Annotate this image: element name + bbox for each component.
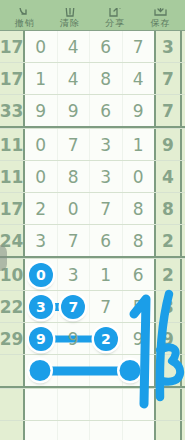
board-row: 1108304 bbox=[0, 160, 185, 192]
cell-digit: 3 bbox=[100, 135, 111, 155]
board-row bbox=[0, 354, 185, 388]
grid-cell[interactable]: 6 bbox=[89, 95, 122, 126]
cell-digit: 9 bbox=[133, 101, 144, 121]
pen-dot bbox=[30, 360, 51, 381]
board-row: 1107319 bbox=[0, 128, 185, 160]
partial-next-column bbox=[182, 161, 185, 192]
board-row: 2999299 bbox=[0, 322, 185, 354]
grid-cell-pen-circled[interactable]: 3 bbox=[25, 291, 57, 322]
grid-cell[interactable]: 7 bbox=[122, 31, 155, 62]
cell-digit: 17 bbox=[0, 69, 23, 89]
cell-digit: 11 bbox=[0, 135, 23, 155]
grid-cell[interactable]: 3 bbox=[89, 129, 122, 160]
grid-cell[interactable]: 9 bbox=[57, 95, 90, 126]
cell-digit: 0 bbox=[29, 263, 53, 287]
cell-digit: 1 bbox=[35, 69, 46, 89]
right-column-cell: 2 bbox=[154, 259, 182, 290]
grid-cell[interactable]: 2 bbox=[25, 193, 57, 224]
partial-next-column bbox=[182, 63, 185, 94]
save-label: 保存 bbox=[150, 17, 170, 30]
cell-digit: 6 bbox=[133, 265, 144, 285]
trash-icon bbox=[64, 8, 76, 17]
right-column-cell: 7 bbox=[154, 63, 182, 94]
grid-cell[interactable]: 5 bbox=[122, 291, 155, 322]
grid-cell[interactable] bbox=[89, 389, 122, 420]
grid-cell[interactable]: 9 bbox=[122, 323, 155, 354]
board-row: 1003162 bbox=[0, 258, 185, 290]
grid-cell[interactable]: 0 bbox=[25, 31, 57, 62]
cell-digit: 7 bbox=[100, 199, 111, 219]
cell-digit: 33 bbox=[0, 101, 23, 121]
partial-next-column bbox=[182, 259, 185, 290]
grid-cell[interactable]: 0 bbox=[122, 161, 155, 192]
row-sum-label: 11 bbox=[0, 161, 25, 192]
row-sum-label: 11 bbox=[0, 129, 25, 160]
grid-cell[interactable] bbox=[57, 389, 90, 420]
cell-digit: 0 bbox=[68, 199, 79, 219]
board-row: 1704673 bbox=[0, 31, 185, 62]
grid-cell[interactable]: 4 bbox=[57, 31, 90, 62]
grid-cell[interactable]: 7 bbox=[57, 129, 90, 160]
cell-digit: 0 bbox=[35, 167, 46, 187]
cell-digit: 4 bbox=[68, 69, 79, 89]
cell-digit: 9 bbox=[162, 135, 174, 155]
cell-digit: 2 bbox=[162, 265, 174, 285]
partial-next-column bbox=[182, 421, 185, 440]
cell-digit: 3 bbox=[35, 231, 46, 251]
grid-cell[interactable]: 0 bbox=[25, 129, 57, 160]
cell-digit: 17 bbox=[0, 199, 23, 219]
cell-digit: 1 bbox=[100, 265, 111, 285]
clear-button[interactable]: 清除 bbox=[50, 8, 90, 30]
grid-cell[interactable]: 8 bbox=[122, 193, 155, 224]
partial-next-column bbox=[182, 225, 185, 256]
share-label: 分享 bbox=[105, 17, 125, 30]
board-row bbox=[0, 420, 185, 440]
partial-next-column bbox=[182, 291, 185, 322]
save-icon bbox=[154, 8, 167, 17]
grid-cell[interactable] bbox=[57, 421, 90, 440]
grid-cell[interactable]: 9 bbox=[25, 95, 57, 126]
edge-handle[interactable] bbox=[0, 245, 7, 271]
board-row: 1714847 bbox=[0, 62, 185, 94]
grid-cell[interactable]: 0 bbox=[25, 161, 57, 192]
cell-digit: 0 bbox=[133, 167, 144, 187]
clear-label: 清除 bbox=[60, 17, 80, 30]
cell-digit: 9 bbox=[68, 101, 79, 121]
right-column-cell: 9 bbox=[154, 129, 182, 160]
cell-digit: 29 bbox=[0, 329, 23, 349]
row-sum-label bbox=[0, 389, 25, 420]
pen-dot bbox=[120, 360, 141, 381]
grid-cell[interactable] bbox=[25, 421, 57, 440]
row-sum-label bbox=[0, 421, 25, 440]
row-sum-label bbox=[0, 355, 25, 386]
cell-digit: 8 bbox=[100, 69, 111, 89]
row-sum-label: 17 bbox=[0, 31, 25, 62]
cell-digit: 7 bbox=[162, 69, 174, 89]
partial-next-column bbox=[182, 129, 185, 160]
grid-cell-pen-circled[interactable]: 9 bbox=[25, 323, 57, 354]
undo-icon bbox=[18, 8, 32, 17]
right-column-cell: 7 bbox=[154, 95, 182, 126]
right-column-cell: 9 bbox=[154, 323, 182, 354]
row-sum-label: 17 bbox=[0, 63, 25, 94]
grid-cell[interactable] bbox=[25, 389, 57, 420]
cell-digit: 9 bbox=[35, 101, 46, 121]
cell-digit: 22 bbox=[0, 297, 23, 317]
undo-button[interactable]: 撤销 bbox=[5, 8, 45, 30]
grid-cell[interactable]: 3 bbox=[25, 225, 57, 256]
cell-digit: 2 bbox=[35, 199, 46, 219]
grid-cell[interactable]: 4 bbox=[57, 63, 90, 94]
board-row: 2237753 bbox=[0, 290, 185, 322]
grid-cell[interactable]: 9 bbox=[122, 95, 155, 126]
cell-digit: 9 bbox=[68, 329, 79, 349]
row-sum-label: 22 bbox=[0, 291, 25, 322]
board-row: 2437682 bbox=[0, 224, 185, 258]
partial-next-column bbox=[182, 389, 185, 420]
partial-next-column bbox=[182, 323, 185, 354]
cell-digit: 8 bbox=[133, 199, 144, 219]
toolbar: 撤销 清除 分享 保存 bbox=[0, 0, 185, 30]
partial-next-column bbox=[182, 31, 185, 62]
grid-cell[interactable]: 3 bbox=[89, 161, 122, 192]
cell-digit: 7 bbox=[68, 231, 79, 251]
cell-digit: 3 bbox=[162, 297, 174, 317]
right-column-cell: 2 bbox=[154, 225, 182, 256]
grid-cell[interactable]: 8 bbox=[57, 161, 90, 192]
cell-digit: 4 bbox=[68, 37, 79, 57]
share-icon bbox=[109, 8, 122, 17]
right-column-cell: 3 bbox=[154, 291, 182, 322]
cell-digit: 7 bbox=[61, 295, 85, 319]
cell-digit: 8 bbox=[68, 167, 79, 187]
cell-digit: 7 bbox=[133, 37, 144, 57]
grid-cell[interactable]: 6 bbox=[89, 225, 122, 256]
grid-cell[interactable]: 1 bbox=[122, 129, 155, 160]
cell-digit: 2 bbox=[94, 327, 118, 351]
cell-digit: 6 bbox=[100, 231, 111, 251]
cell-digit: 7 bbox=[162, 101, 174, 121]
save-button[interactable]: 保存 bbox=[140, 8, 180, 30]
grid-cell[interactable] bbox=[122, 421, 155, 440]
cell-digit: 0 bbox=[35, 37, 46, 57]
grid-cell-pen-circled[interactable]: 0 bbox=[25, 259, 57, 290]
grid-cell[interactable]: 3 bbox=[57, 259, 90, 290]
grid-cell[interactable]: 0 bbox=[57, 193, 90, 224]
grid-cell[interactable]: 4 bbox=[122, 63, 155, 94]
cell-digit: 0 bbox=[35, 135, 46, 155]
board-row: 3399697 bbox=[0, 94, 185, 128]
cell-digit: 6 bbox=[100, 37, 111, 57]
partial-next-column bbox=[182, 355, 185, 386]
cell-digit: 9 bbox=[29, 327, 53, 351]
cell-digit: 3 bbox=[162, 37, 174, 57]
partial-next-column bbox=[182, 193, 185, 224]
grid-cell-pen-circled[interactable]: 2 bbox=[89, 323, 122, 354]
grid-cell[interactable]: 1 bbox=[25, 63, 57, 94]
grid-cell[interactable] bbox=[122, 389, 155, 420]
cell-digit: 2 bbox=[162, 231, 174, 251]
pen-connector-line bbox=[40, 366, 130, 375]
cell-digit: 17 bbox=[0, 37, 23, 57]
puzzle-board ink-canvas[interactable]: 1704673171484733996971107319110830417207… bbox=[0, 30, 185, 440]
cell-digit: 8 bbox=[133, 231, 144, 251]
row-sum-label: 29 bbox=[0, 323, 25, 354]
grid-cell[interactable]: 6 bbox=[89, 31, 122, 62]
grid-cell[interactable]: 7 bbox=[57, 225, 90, 256]
right-column-cell bbox=[154, 421, 182, 440]
grid-cell[interactable]: 6 bbox=[122, 259, 155, 290]
cell-digit: 5 bbox=[133, 297, 144, 317]
right-column-cell: 4 bbox=[154, 161, 182, 192]
cell-digit: 1 bbox=[133, 135, 144, 155]
cell-digit: 9 bbox=[133, 329, 144, 349]
cell-digit: 4 bbox=[133, 69, 144, 89]
cell-digit: 9 bbox=[162, 329, 174, 349]
grid-cell[interactable]: 7 bbox=[89, 193, 122, 224]
row-sum-label: 33 bbox=[0, 95, 25, 126]
cell-digit: 8 bbox=[162, 199, 174, 219]
board-row: 1720788 bbox=[0, 192, 185, 224]
right-column-cell: 8 bbox=[154, 193, 182, 224]
right-column-cell bbox=[154, 389, 182, 420]
board-row bbox=[0, 388, 185, 420]
cell-digit: 6 bbox=[100, 101, 111, 121]
grid-cell-pen-circled[interactable]: 7 bbox=[57, 291, 90, 322]
grid-cell[interactable]: 8 bbox=[89, 63, 122, 94]
row-sum-label: 17 bbox=[0, 193, 25, 224]
cell-digit: 3 bbox=[100, 167, 111, 187]
right-column-cell bbox=[154, 355, 182, 386]
right-column-cell: 3 bbox=[154, 31, 182, 62]
undo-label: 撤销 bbox=[15, 17, 35, 30]
grid-cell[interactable]: 7 bbox=[89, 291, 122, 322]
cell-digit: 7 bbox=[100, 297, 111, 317]
share-button[interactable]: 分享 bbox=[95, 8, 135, 30]
grid-cell[interactable]: 8 bbox=[122, 225, 155, 256]
cell-digit: 3 bbox=[29, 295, 53, 319]
cell-digit: 3 bbox=[68, 265, 79, 285]
cell-digit: 7 bbox=[68, 135, 79, 155]
partial-next-column bbox=[182, 95, 185, 126]
cell-digit: 11 bbox=[0, 167, 23, 187]
grid-cell[interactable] bbox=[89, 421, 122, 440]
cell-digit: 4 bbox=[162, 167, 174, 187]
grid-cell[interactable]: 1 bbox=[89, 259, 122, 290]
